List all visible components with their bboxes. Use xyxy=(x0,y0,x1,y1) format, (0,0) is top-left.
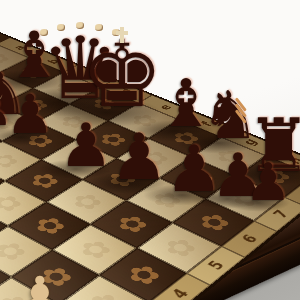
chess-set-photo: 12345678a✿✿✿✿✿✿✿✿ab✿✿✿✿✿✿✿✿bc✿✿✿✿✿✿✿✿cd✿… xyxy=(0,0,300,300)
pieces-layer: ♞♝♛♚♝♞♜♟♟♟♟♟♟♟♟ xyxy=(0,0,300,300)
black-pawn-b7: ♟ xyxy=(3,88,57,142)
black-pawn-g7: ♟ xyxy=(242,156,294,208)
cross-horizontal xyxy=(116,31,128,35)
cross-vertical xyxy=(120,27,124,43)
white-pawn-g2: ♟ xyxy=(11,269,69,300)
ball-finial xyxy=(57,24,66,31)
ball-finial xyxy=(40,29,49,36)
